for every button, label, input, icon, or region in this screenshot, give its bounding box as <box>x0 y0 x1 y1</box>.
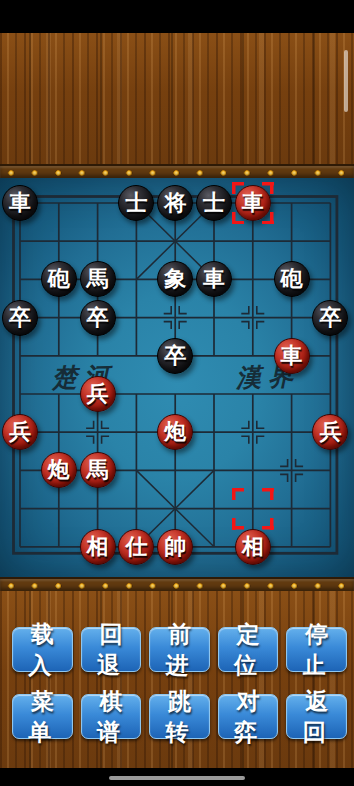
piece-character: 卒 <box>87 307 109 329</box>
piece-character: 兵 <box>87 383 109 405</box>
piece-red-soldier[interactable]: 兵 <box>2 414 38 450</box>
back-button[interactable]: 返回 <box>286 694 347 739</box>
piece-character: 炮 <box>48 459 70 481</box>
stop-button[interactable]: 停止 <box>286 627 347 672</box>
toolbar-row-2: 菜单 棋谱 跳转 对弈 返回 <box>12 694 347 739</box>
piece-character: 仕 <box>125 536 147 558</box>
piece-red-advisor[interactable]: 仕 <box>118 529 154 565</box>
record-button[interactable]: 棋谱 <box>81 694 142 739</box>
piece-black-cannon[interactable]: 砲 <box>274 261 310 297</box>
piece-character: 車 <box>203 268 225 290</box>
piece-black-cannon[interactable]: 砲 <box>41 261 77 297</box>
piece-black-horse[interactable]: 馬 <box>80 261 116 297</box>
bottom-wood-panel: 载入 回退 前进 定位 停止 菜单 棋谱 跳转 对弈 返回 <box>0 591 354 768</box>
piece-black-soldier[interactable]: 卒 <box>80 300 116 336</box>
studded-rail-bottom <box>0 577 354 591</box>
piece-black-soldier[interactable]: 卒 <box>157 338 193 374</box>
piece-black-general[interactable]: 将 <box>157 185 193 221</box>
load-button[interactable]: 载入 <box>12 627 73 672</box>
piece-character: 砲 <box>48 268 70 290</box>
undo-button[interactable]: 回退 <box>81 627 142 672</box>
piece-character: 帥 <box>164 536 186 558</box>
piece-character: 卒 <box>9 307 31 329</box>
toolbar-row-1: 载入 回退 前进 定位 停止 <box>12 627 347 672</box>
status-bar <box>0 0 354 33</box>
piece-character: 将 <box>164 192 186 214</box>
piece-character: 相 <box>242 536 264 558</box>
piece-character: 兵 <box>9 421 31 443</box>
piece-red-horse[interactable]: 馬 <box>80 452 116 488</box>
piece-character: 象 <box>164 268 186 290</box>
scrollbar-thumb[interactable] <box>344 50 348 112</box>
piece-red-elephant[interactable]: 相 <box>235 529 271 565</box>
piece-black-soldier[interactable]: 卒 <box>2 300 38 336</box>
piece-character: 士 <box>203 192 225 214</box>
home-indicator[interactable] <box>109 776 245 780</box>
piece-character: 馬 <box>87 268 109 290</box>
selection-bracket <box>232 182 274 224</box>
piece-character: 兵 <box>319 421 341 443</box>
top-wood-panel <box>0 33 354 164</box>
piece-red-soldier[interactable]: 兵 <box>80 376 116 412</box>
piece-character: 卒 <box>164 345 186 367</box>
piece-character: 相 <box>87 536 109 558</box>
selection-bracket <box>232 488 274 530</box>
piece-character: 車 <box>281 345 303 367</box>
piece-character: 卒 <box>319 307 341 329</box>
navigation-bar <box>0 768 354 786</box>
piece-red-general[interactable]: 帥 <box>157 529 193 565</box>
locate-button[interactable]: 定位 <box>218 627 279 672</box>
piece-red-elephant[interactable]: 相 <box>80 529 116 565</box>
piece-character: 炮 <box>164 421 186 443</box>
forward-button[interactable]: 前进 <box>149 627 210 672</box>
menu-button[interactable]: 菜单 <box>12 694 73 739</box>
piece-character: 砲 <box>281 268 303 290</box>
piece-red-cannon[interactable]: 炮 <box>41 452 77 488</box>
piece-red-rook[interactable]: 車 <box>274 338 310 374</box>
app-screen: 楚河 漢界 車士将士車砲馬象車砲卒卒卒卒車兵兵炮兵炮馬相仕帥相 载入 回退 前进… <box>0 0 354 786</box>
piece-character: 士 <box>125 192 147 214</box>
studded-rail-top <box>0 164 354 178</box>
piece-black-rook[interactable]: 車 <box>2 185 38 221</box>
piece-character: 車 <box>9 192 31 214</box>
play-button[interactable]: 对弈 <box>218 694 279 739</box>
xiangqi-board[interactable]: 楚河 漢界 車士将士車砲馬象車砲卒卒卒卒車兵兵炮兵炮馬相仕帥相 <box>0 178 354 577</box>
piece-black-soldier[interactable]: 卒 <box>312 300 348 336</box>
piece-black-advisor[interactable]: 士 <box>196 185 232 221</box>
jump-button[interactable]: 跳转 <box>149 694 210 739</box>
piece-character: 馬 <box>87 459 109 481</box>
